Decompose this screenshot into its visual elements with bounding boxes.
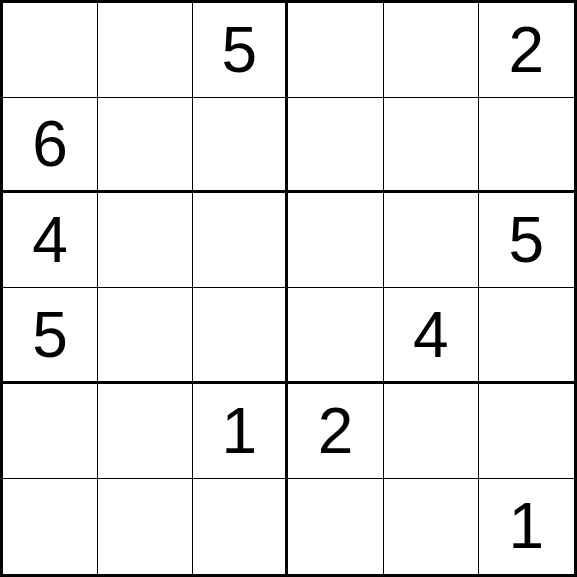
cell-r5c5[interactable] xyxy=(384,384,479,479)
cell-r4c3[interactable] xyxy=(193,288,288,383)
cell-r1c1[interactable] xyxy=(3,3,98,98)
cell-r1c6[interactable]: 2 xyxy=(479,3,574,98)
cell-r3c6[interactable]: 5 xyxy=(479,193,574,288)
cell-r5c6[interactable] xyxy=(479,384,574,479)
cell-r5c2[interactable] xyxy=(98,384,193,479)
cell-r3c4[interactable] xyxy=(288,193,383,288)
cell-r2c5[interactable] xyxy=(384,98,479,193)
cell-r5c4[interactable]: 2 xyxy=(288,384,383,479)
cell-r2c1[interactable]: 6 xyxy=(3,98,98,193)
cell-r3c5[interactable] xyxy=(384,193,479,288)
cell-r3c1[interactable]: 4 xyxy=(3,193,98,288)
cell-r2c6[interactable] xyxy=(479,98,574,193)
cell-r2c3[interactable] xyxy=(193,98,288,193)
cell-r4c5[interactable]: 4 xyxy=(384,288,479,383)
cell-r4c2[interactable] xyxy=(98,288,193,383)
cell-r4c4[interactable] xyxy=(288,288,383,383)
cell-r1c3[interactable]: 5 xyxy=(193,3,288,98)
cell-r3c2[interactable] xyxy=(98,193,193,288)
cell-r2c4[interactable] xyxy=(288,98,383,193)
cell-r1c5[interactable] xyxy=(384,3,479,98)
cell-r4c6[interactable] xyxy=(479,288,574,383)
cell-r3c3[interactable] xyxy=(193,193,288,288)
cell-r1c2[interactable] xyxy=(98,3,193,98)
cell-r2c2[interactable] xyxy=(98,98,193,193)
cell-r6c4[interactable] xyxy=(288,479,383,574)
cell-r4c1[interactable]: 5 xyxy=(3,288,98,383)
cell-r1c4[interactable] xyxy=(288,3,383,98)
cell-r6c1[interactable] xyxy=(3,479,98,574)
cell-r5c1[interactable] xyxy=(3,384,98,479)
cell-r6c3[interactable] xyxy=(193,479,288,574)
cell-r5c3[interactable]: 1 xyxy=(193,384,288,479)
cell-r6c2[interactable] xyxy=(98,479,193,574)
sudoku-board: 5 2 6 4 5 5 4 1 2 1 xyxy=(0,0,577,577)
sudoku-page: 5 2 6 4 5 5 4 1 2 1 xyxy=(0,0,577,577)
cell-r6c6[interactable]: 1 xyxy=(479,479,574,574)
cell-r6c5[interactable] xyxy=(384,479,479,574)
